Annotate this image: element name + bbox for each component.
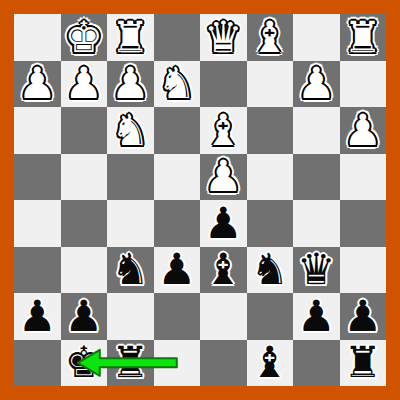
square-c1[interactable]: ♝ bbox=[247, 14, 294, 61]
square-d1[interactable]: ♛ bbox=[200, 14, 247, 61]
square-g1[interactable]: ♚ bbox=[61, 14, 108, 61]
square-b4[interactable] bbox=[293, 154, 340, 201]
black-rook[interactable]: ♜ bbox=[343, 341, 382, 384]
white-bishop[interactable]: ♝ bbox=[250, 16, 289, 59]
white-queen[interactable]: ♛ bbox=[204, 16, 243, 59]
square-e3[interactable] bbox=[154, 107, 201, 154]
square-d2[interactable] bbox=[200, 61, 247, 108]
square-a1[interactable]: ♜ bbox=[340, 14, 387, 61]
square-c2[interactable] bbox=[247, 61, 294, 108]
white-knight[interactable]: ♞ bbox=[157, 62, 196, 105]
square-e5[interactable] bbox=[154, 200, 201, 247]
black-pawn[interactable]: ♟ bbox=[18, 295, 57, 338]
black-king[interactable]: ♚ bbox=[64, 341, 103, 384]
square-b7[interactable]: ♟ bbox=[293, 293, 340, 340]
square-g2[interactable]: ♟ bbox=[61, 61, 108, 108]
square-a7[interactable]: ♟ bbox=[340, 293, 387, 340]
square-a3[interactable]: ♟ bbox=[340, 107, 387, 154]
square-h1[interactable] bbox=[14, 14, 61, 61]
square-c8[interactable]: ♝ bbox=[247, 340, 294, 387]
square-g5[interactable] bbox=[61, 200, 108, 247]
square-d4[interactable]: ♟ bbox=[200, 154, 247, 201]
white-king[interactable]: ♚ bbox=[64, 16, 103, 59]
square-f7[interactable] bbox=[107, 293, 154, 340]
square-b6[interactable]: ♛ bbox=[293, 247, 340, 294]
black-knight[interactable]: ♞ bbox=[250, 248, 289, 291]
black-queen[interactable]: ♛ bbox=[297, 248, 336, 291]
square-h2[interactable]: ♟ bbox=[14, 61, 61, 108]
square-g6[interactable] bbox=[61, 247, 108, 294]
square-h3[interactable] bbox=[14, 107, 61, 154]
black-bishop[interactable]: ♝ bbox=[250, 341, 289, 384]
square-f5[interactable] bbox=[107, 200, 154, 247]
black-pawn[interactable]: ♟ bbox=[157, 248, 196, 291]
white-pawn[interactable]: ♟ bbox=[111, 62, 150, 105]
black-rook[interactable]: ♜ bbox=[111, 341, 150, 384]
square-b3[interactable] bbox=[293, 107, 340, 154]
square-g7[interactable]: ♟ bbox=[61, 293, 108, 340]
white-pawn[interactable]: ♟ bbox=[64, 62, 103, 105]
square-h4[interactable] bbox=[14, 154, 61, 201]
square-g8[interactable]: ♚ bbox=[61, 340, 108, 387]
square-g3[interactable] bbox=[61, 107, 108, 154]
square-b1[interactable] bbox=[293, 14, 340, 61]
square-g4[interactable] bbox=[61, 154, 108, 201]
square-b8[interactable] bbox=[293, 340, 340, 387]
square-b2[interactable]: ♟ bbox=[293, 61, 340, 108]
square-a6[interactable] bbox=[340, 247, 387, 294]
square-h8[interactable] bbox=[14, 340, 61, 387]
square-a8[interactable]: ♜ bbox=[340, 340, 387, 387]
square-f2[interactable]: ♟ bbox=[107, 61, 154, 108]
black-pawn[interactable]: ♟ bbox=[297, 295, 336, 338]
board-frame: ♚♜♛♝♜♟♟♟♞♟♞♝♟♟♟♞♟♝♞♛♟♟♟♟♚♜♝♜ bbox=[0, 0, 400, 400]
square-e2[interactable]: ♞ bbox=[154, 61, 201, 108]
white-pawn[interactable]: ♟ bbox=[18, 62, 57, 105]
square-h7[interactable]: ♟ bbox=[14, 293, 61, 340]
square-f1[interactable]: ♜ bbox=[107, 14, 154, 61]
square-d3[interactable]: ♝ bbox=[200, 107, 247, 154]
square-f8[interactable]: ♜ bbox=[107, 340, 154, 387]
square-e6[interactable]: ♟ bbox=[154, 247, 201, 294]
square-c4[interactable] bbox=[247, 154, 294, 201]
square-c5[interactable] bbox=[247, 200, 294, 247]
white-rook[interactable]: ♜ bbox=[111, 16, 150, 59]
square-a2[interactable] bbox=[340, 61, 387, 108]
black-pawn[interactable]: ♟ bbox=[204, 202, 243, 245]
square-e1[interactable] bbox=[154, 14, 201, 61]
white-pawn[interactable]: ♟ bbox=[343, 109, 382, 152]
square-e7[interactable] bbox=[154, 293, 201, 340]
white-pawn[interactable]: ♟ bbox=[297, 62, 336, 105]
square-d6[interactable]: ♝ bbox=[200, 247, 247, 294]
square-e4[interactable] bbox=[154, 154, 201, 201]
white-rook[interactable]: ♜ bbox=[343, 16, 382, 59]
square-c7[interactable] bbox=[247, 293, 294, 340]
square-h6[interactable] bbox=[14, 247, 61, 294]
black-pawn[interactable]: ♟ bbox=[64, 295, 103, 338]
square-a4[interactable] bbox=[340, 154, 387, 201]
square-c3[interactable] bbox=[247, 107, 294, 154]
square-a5[interactable] bbox=[340, 200, 387, 247]
black-bishop[interactable]: ♝ bbox=[204, 248, 243, 291]
square-e8[interactable] bbox=[154, 340, 201, 387]
white-knight[interactable]: ♞ bbox=[111, 109, 150, 152]
white-pawn[interactable]: ♟ bbox=[204, 155, 243, 198]
square-f3[interactable]: ♞ bbox=[107, 107, 154, 154]
black-pawn[interactable]: ♟ bbox=[343, 295, 382, 338]
square-d8[interactable] bbox=[200, 340, 247, 387]
square-c6[interactable]: ♞ bbox=[247, 247, 294, 294]
white-bishop[interactable]: ♝ bbox=[204, 109, 243, 152]
square-f6[interactable]: ♞ bbox=[107, 247, 154, 294]
square-d5[interactable]: ♟ bbox=[200, 200, 247, 247]
square-d7[interactable] bbox=[200, 293, 247, 340]
chess-board: ♚♜♛♝♜♟♟♟♞♟♞♝♟♟♟♞♟♝♞♛♟♟♟♟♚♜♝♜ bbox=[14, 14, 386, 386]
square-b5[interactable] bbox=[293, 200, 340, 247]
black-knight[interactable]: ♞ bbox=[111, 248, 150, 291]
square-h5[interactable] bbox=[14, 200, 61, 247]
square-f4[interactable] bbox=[107, 154, 154, 201]
